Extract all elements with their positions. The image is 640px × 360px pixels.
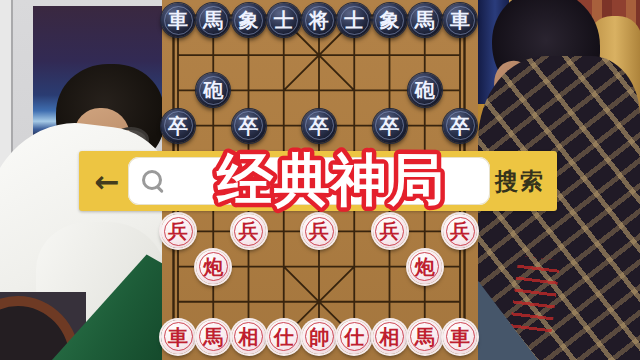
piece-black-車[interactable]: 車 — [443, 3, 477, 37]
piece-red-車[interactable]: 車 — [161, 320, 195, 354]
piece-red-炮[interactable]: 炮 — [408, 250, 442, 284]
piece-black-士[interactable]: 士 — [337, 3, 371, 37]
piece-black-卒[interactable]: 卒 — [232, 109, 266, 143]
piece-black-士[interactable]: 士 — [267, 3, 301, 37]
piece-red-馬[interactable]: 馬 — [196, 320, 230, 354]
piece-black-将[interactable]: 将 — [302, 3, 336, 37]
search-button[interactable]: 搜索 — [491, 151, 549, 211]
piece-black-卒[interactable]: 卒 — [443, 109, 477, 143]
piece-black-馬[interactable]: 馬 — [196, 3, 230, 37]
piece-black-卒[interactable]: 卒 — [302, 109, 336, 143]
piece-black-象[interactable]: 象 — [373, 3, 407, 37]
piece-red-相[interactable]: 相 — [373, 320, 407, 354]
piece-red-馬[interactable]: 馬 — [408, 320, 442, 354]
piece-black-象[interactable]: 象 — [232, 3, 266, 37]
back-button[interactable]: ← — [89, 163, 125, 199]
piece-red-相[interactable]: 相 — [232, 320, 266, 354]
search-banner: ← 搜索 — [79, 151, 557, 211]
piece-black-砲[interactable]: 砲 — [408, 73, 442, 107]
piece-red-帥[interactable]: 帥 — [302, 320, 336, 354]
piece-black-馬[interactable]: 馬 — [408, 3, 442, 37]
piece-red-兵[interactable]: 兵 — [232, 214, 266, 248]
piece-red-車[interactable]: 車 — [443, 320, 477, 354]
right-player-badge — [510, 256, 561, 335]
video-frame: 車馬象士将士象馬車砲砲卒卒卒卒卒兵兵兵兵兵炮炮車馬相仕帥仕相馬車 ← 搜索 经典… — [0, 0, 640, 360]
piece-red-炮[interactable]: 炮 — [196, 250, 230, 284]
piece-black-卒[interactable]: 卒 — [373, 109, 407, 143]
piece-red-兵[interactable]: 兵 — [373, 214, 407, 248]
magnifier-icon — [141, 169, 165, 193]
piece-red-仕[interactable]: 仕 — [337, 320, 371, 354]
search-input[interactable] — [128, 157, 490, 205]
piece-black-車[interactable]: 車 — [161, 3, 195, 37]
piece-black-卒[interactable]: 卒 — [161, 109, 195, 143]
piece-red-仕[interactable]: 仕 — [267, 320, 301, 354]
